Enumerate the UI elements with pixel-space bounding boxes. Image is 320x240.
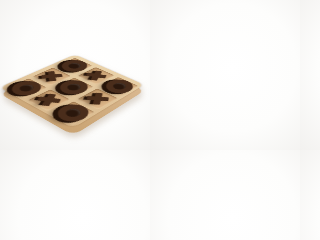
board-3d: ✖✖✖✖ xyxy=(0,55,144,129)
board: ✖✖✖✖ xyxy=(0,55,144,129)
photo-scene: ✖✖✖✖ xyxy=(0,0,150,150)
x-piece: ✖ xyxy=(30,91,68,110)
